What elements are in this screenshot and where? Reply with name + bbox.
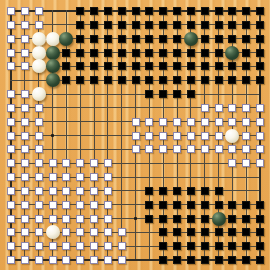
white-territory-marker[interactable] <box>187 145 195 153</box>
white-territory-marker[interactable] <box>7 201 15 209</box>
black-territory-marker[interactable] <box>228 201 236 209</box>
black-territory-marker[interactable] <box>118 62 126 70</box>
black-territory-marker[interactable] <box>242 76 250 84</box>
white-territory-marker[interactable] <box>90 242 98 250</box>
black-territory-marker[interactable] <box>215 228 223 236</box>
black-territory-marker[interactable] <box>242 215 250 223</box>
black-territory-marker[interactable] <box>187 201 195 209</box>
white-stone[interactable] <box>32 32 46 46</box>
white-stone[interactable] <box>46 225 60 239</box>
black-territory-marker[interactable] <box>173 242 181 250</box>
white-territory-marker[interactable] <box>90 187 98 195</box>
black-territory-marker[interactable] <box>145 35 153 43</box>
black-territory-marker[interactable] <box>201 35 209 43</box>
black-territory-marker[interactable] <box>159 242 167 250</box>
white-territory-marker[interactable] <box>104 256 112 264</box>
black-territory-marker[interactable] <box>118 35 126 43</box>
white-territory-marker[interactable] <box>7 145 15 153</box>
white-territory-marker[interactable] <box>49 159 57 167</box>
black-territory-marker[interactable] <box>201 228 209 236</box>
white-territory-marker[interactable] <box>7 215 15 223</box>
white-territory-marker[interactable] <box>49 242 57 250</box>
black-territory-marker[interactable] <box>173 228 181 236</box>
white-stone[interactable] <box>46 32 60 46</box>
black-territory-marker[interactable] <box>256 215 264 223</box>
black-territory-marker[interactable] <box>228 256 236 264</box>
white-territory-marker[interactable] <box>35 187 43 195</box>
white-territory-marker[interactable] <box>256 145 264 153</box>
black-territory-marker[interactable] <box>215 76 223 84</box>
white-stone[interactable] <box>32 46 46 60</box>
black-territory-marker[interactable] <box>228 215 236 223</box>
white-territory-marker[interactable] <box>21 35 29 43</box>
black-territory-marker[interactable] <box>242 228 250 236</box>
black-territory-marker[interactable] <box>256 256 264 264</box>
white-territory-marker[interactable] <box>76 242 84 250</box>
white-territory-marker[interactable] <box>21 173 29 181</box>
star-point <box>51 134 54 137</box>
black-territory-marker[interactable] <box>104 62 112 70</box>
white-territory-marker[interactable] <box>159 132 167 140</box>
black-territory-marker[interactable] <box>132 35 140 43</box>
white-territory-marker[interactable] <box>228 118 236 126</box>
white-territory-marker[interactable] <box>242 159 250 167</box>
white-territory-marker[interactable] <box>7 118 15 126</box>
white-territory-marker[interactable] <box>215 132 223 140</box>
black-territory-marker[interactable] <box>173 7 181 15</box>
white-territory-marker[interactable] <box>173 145 181 153</box>
white-territory-marker[interactable] <box>21 145 29 153</box>
black-territory-marker[interactable] <box>256 35 264 43</box>
black-territory-marker[interactable] <box>242 62 250 70</box>
white-territory-marker[interactable] <box>7 159 15 167</box>
black-territory-marker[interactable] <box>76 62 84 70</box>
white-territory-marker[interactable] <box>145 145 153 153</box>
black-stone[interactable] <box>46 59 60 73</box>
white-territory-marker[interactable] <box>228 159 236 167</box>
black-stone[interactable] <box>184 32 198 46</box>
white-territory-marker[interactable] <box>35 242 43 250</box>
white-territory-marker[interactable] <box>49 215 57 223</box>
white-territory-marker[interactable] <box>201 104 209 112</box>
white-territory-marker[interactable] <box>104 201 112 209</box>
white-territory-marker[interactable] <box>62 215 70 223</box>
black-territory-marker[interactable] <box>256 7 264 15</box>
white-territory-marker[interactable] <box>104 187 112 195</box>
black-territory-marker[interactable] <box>215 7 223 15</box>
black-territory-marker[interactable] <box>159 76 167 84</box>
white-territory-marker[interactable] <box>76 173 84 181</box>
black-territory-marker[interactable] <box>173 187 181 195</box>
black-territory-marker[interactable] <box>228 7 236 15</box>
white-stone[interactable] <box>225 129 239 143</box>
black-territory-marker[interactable] <box>159 35 167 43</box>
white-territory-marker[interactable] <box>62 228 70 236</box>
white-territory-marker[interactable] <box>21 159 29 167</box>
white-territory-marker[interactable] <box>256 132 264 140</box>
black-stone[interactable] <box>46 46 60 60</box>
white-territory-marker[interactable] <box>62 187 70 195</box>
black-territory-marker[interactable] <box>187 49 195 57</box>
black-territory-marker[interactable] <box>242 49 250 57</box>
white-territory-marker[interactable] <box>21 49 29 57</box>
white-territory-marker[interactable] <box>7 256 15 264</box>
white-territory-marker[interactable] <box>62 159 70 167</box>
white-territory-marker[interactable] <box>21 256 29 264</box>
black-territory-marker[interactable] <box>76 49 84 57</box>
white-territory-marker[interactable] <box>90 256 98 264</box>
star-point <box>134 217 137 220</box>
white-territory-marker[interactable] <box>21 201 29 209</box>
white-territory-marker[interactable] <box>256 104 264 112</box>
black-territory-marker[interactable] <box>145 187 153 195</box>
white-territory-marker[interactable] <box>21 7 29 15</box>
black-territory-marker[interactable] <box>104 7 112 15</box>
white-territory-marker[interactable] <box>118 256 126 264</box>
white-territory-marker[interactable] <box>21 21 29 29</box>
white-territory-marker[interactable] <box>90 201 98 209</box>
black-territory-marker[interactable] <box>256 201 264 209</box>
white-territory-marker[interactable] <box>35 256 43 264</box>
black-territory-marker[interactable] <box>145 201 153 209</box>
black-territory-marker[interactable] <box>62 62 70 70</box>
black-territory-marker[interactable] <box>201 242 209 250</box>
black-territory-marker[interactable] <box>228 35 236 43</box>
black-territory-marker[interactable] <box>187 7 195 15</box>
black-territory-marker[interactable] <box>187 187 195 195</box>
white-territory-marker[interactable] <box>35 215 43 223</box>
white-territory-marker[interactable] <box>159 118 167 126</box>
go-board[interactable] <box>0 0 270 270</box>
black-territory-marker[interactable] <box>76 76 84 84</box>
white-territory-marker[interactable] <box>242 104 250 112</box>
white-territory-marker[interactable] <box>118 242 126 250</box>
white-territory-marker[interactable] <box>7 104 15 112</box>
black-territory-marker[interactable] <box>173 256 181 264</box>
black-territory-marker[interactable] <box>187 62 195 70</box>
white-territory-marker[interactable] <box>21 215 29 223</box>
black-territory-marker[interactable] <box>256 76 264 84</box>
black-territory-marker[interactable] <box>159 201 167 209</box>
white-territory-marker[interactable] <box>35 118 43 126</box>
black-territory-marker[interactable] <box>215 242 223 250</box>
black-territory-marker[interactable] <box>256 242 264 250</box>
black-territory-marker[interactable] <box>90 35 98 43</box>
black-territory-marker[interactable] <box>242 21 250 29</box>
white-territory-marker[interactable] <box>145 132 153 140</box>
black-territory-marker[interactable] <box>90 49 98 57</box>
white-territory-marker[interactable] <box>35 201 43 209</box>
black-territory-marker[interactable] <box>76 35 84 43</box>
white-territory-marker[interactable] <box>76 228 84 236</box>
white-territory-marker[interactable] <box>118 228 126 236</box>
black-territory-marker[interactable] <box>201 76 209 84</box>
white-territory-marker[interactable] <box>76 159 84 167</box>
white-territory-marker[interactable] <box>21 90 29 98</box>
black-territory-marker[interactable] <box>62 76 70 84</box>
white-territory-marker[interactable] <box>159 145 167 153</box>
white-territory-marker[interactable] <box>35 132 43 140</box>
black-territory-marker[interactable] <box>187 21 195 29</box>
white-territory-marker[interactable] <box>7 21 15 29</box>
black-territory-marker[interactable] <box>187 215 195 223</box>
black-stone[interactable] <box>59 32 73 46</box>
black-territory-marker[interactable] <box>242 242 250 250</box>
black-territory-marker[interactable] <box>159 187 167 195</box>
white-territory-marker[interactable] <box>7 173 15 181</box>
black-territory-marker[interactable] <box>145 62 153 70</box>
black-territory-marker[interactable] <box>159 62 167 70</box>
black-territory-marker[interactable] <box>215 187 223 195</box>
white-territory-marker[interactable] <box>76 187 84 195</box>
white-territory-marker[interactable] <box>62 201 70 209</box>
white-territory-marker[interactable] <box>7 7 15 15</box>
black-territory-marker[interactable] <box>215 256 223 264</box>
black-territory-marker[interactable] <box>104 21 112 29</box>
white-territory-marker[interactable] <box>21 132 29 140</box>
black-territory-marker[interactable] <box>145 49 153 57</box>
white-territory-marker[interactable] <box>173 118 181 126</box>
white-territory-marker[interactable] <box>76 256 84 264</box>
black-stone[interactable] <box>225 46 239 60</box>
black-territory-marker[interactable] <box>256 228 264 236</box>
black-territory-marker[interactable] <box>201 62 209 70</box>
black-territory-marker[interactable] <box>90 7 98 15</box>
black-territory-marker[interactable] <box>187 228 195 236</box>
black-territory-marker[interactable] <box>118 7 126 15</box>
white-territory-marker[interactable] <box>104 242 112 250</box>
black-territory-marker[interactable] <box>76 7 84 15</box>
white-territory-marker[interactable] <box>90 173 98 181</box>
white-territory-marker[interactable] <box>256 118 264 126</box>
black-territory-marker[interactable] <box>159 228 167 236</box>
black-territory-marker[interactable] <box>215 201 223 209</box>
black-stone[interactable] <box>212 212 226 226</box>
black-territory-marker[interactable] <box>118 21 126 29</box>
black-territory-marker[interactable] <box>187 256 195 264</box>
white-territory-marker[interactable] <box>35 228 43 236</box>
black-territory-marker[interactable] <box>76 21 84 29</box>
white-territory-marker[interactable] <box>21 187 29 195</box>
white-territory-marker[interactable] <box>132 145 140 153</box>
black-stone[interactable] <box>46 73 60 87</box>
white-territory-marker[interactable] <box>21 118 29 126</box>
white-territory-marker[interactable] <box>132 132 140 140</box>
white-territory-marker[interactable] <box>7 228 15 236</box>
black-territory-marker[interactable] <box>132 62 140 70</box>
white-territory-marker[interactable] <box>49 256 57 264</box>
white-territory-marker[interactable] <box>7 62 15 70</box>
black-territory-marker[interactable] <box>132 7 140 15</box>
black-territory-marker[interactable] <box>215 21 223 29</box>
black-territory-marker[interactable] <box>104 76 112 84</box>
white-territory-marker[interactable] <box>62 242 70 250</box>
black-territory-marker[interactable] <box>159 21 167 29</box>
white-territory-marker[interactable] <box>242 132 250 140</box>
white-territory-marker[interactable] <box>7 242 15 250</box>
white-territory-marker[interactable] <box>173 132 181 140</box>
white-territory-marker[interactable] <box>35 21 43 29</box>
black-territory-marker[interactable] <box>145 21 153 29</box>
black-territory-marker[interactable] <box>159 7 167 15</box>
black-territory-marker[interactable] <box>228 76 236 84</box>
white-territory-marker[interactable] <box>90 215 98 223</box>
white-territory-marker[interactable] <box>76 215 84 223</box>
white-territory-marker[interactable] <box>104 228 112 236</box>
black-territory-marker[interactable] <box>145 76 153 84</box>
white-territory-marker[interactable] <box>21 242 29 250</box>
black-territory-marker[interactable] <box>256 49 264 57</box>
black-territory-marker[interactable] <box>173 215 181 223</box>
black-territory-marker[interactable] <box>201 215 209 223</box>
white-territory-marker[interactable] <box>215 118 223 126</box>
black-territory-marker[interactable] <box>201 21 209 29</box>
black-territory-marker[interactable] <box>90 62 98 70</box>
white-territory-marker[interactable] <box>201 132 209 140</box>
black-territory-marker[interactable] <box>159 215 167 223</box>
white-territory-marker[interactable] <box>242 118 250 126</box>
black-territory-marker[interactable] <box>104 35 112 43</box>
black-territory-marker[interactable] <box>173 76 181 84</box>
black-territory-marker[interactable] <box>187 76 195 84</box>
black-territory-marker[interactable] <box>215 62 223 70</box>
white-territory-marker[interactable] <box>7 35 15 43</box>
black-territory-marker[interactable] <box>201 187 209 195</box>
black-territory-marker[interactable] <box>173 35 181 43</box>
black-territory-marker[interactable] <box>228 21 236 29</box>
black-territory-marker[interactable] <box>215 49 223 57</box>
black-territory-marker[interactable] <box>159 256 167 264</box>
white-territory-marker[interactable] <box>242 145 250 153</box>
white-territory-marker[interactable] <box>145 118 153 126</box>
white-territory-marker[interactable] <box>7 49 15 57</box>
black-territory-marker[interactable] <box>201 256 209 264</box>
white-territory-marker[interactable] <box>35 173 43 181</box>
white-territory-marker[interactable] <box>21 62 29 70</box>
black-territory-marker[interactable] <box>215 35 223 43</box>
white-territory-marker[interactable] <box>132 118 140 126</box>
black-territory-marker[interactable] <box>201 49 209 57</box>
white-territory-marker[interactable] <box>201 145 209 153</box>
black-territory-marker[interactable] <box>201 7 209 15</box>
black-territory-marker[interactable] <box>242 256 250 264</box>
white-territory-marker[interactable] <box>187 132 195 140</box>
black-territory-marker[interactable] <box>173 49 181 57</box>
white-territory-marker[interactable] <box>62 173 70 181</box>
black-territory-marker[interactable] <box>173 62 181 70</box>
white-territory-marker[interactable] <box>90 228 98 236</box>
black-territory-marker[interactable] <box>145 7 153 15</box>
black-territory-marker[interactable] <box>242 35 250 43</box>
white-territory-marker[interactable] <box>7 132 15 140</box>
white-territory-marker[interactable] <box>21 228 29 236</box>
black-territory-marker[interactable] <box>173 90 181 98</box>
white-territory-marker[interactable] <box>104 215 112 223</box>
white-territory-marker[interactable] <box>49 173 57 181</box>
white-territory-marker[interactable] <box>21 104 29 112</box>
white-territory-marker[interactable] <box>35 145 43 153</box>
black-territory-marker[interactable] <box>132 49 140 57</box>
white-territory-marker[interactable] <box>62 256 70 264</box>
black-territory-marker[interactable] <box>118 76 126 84</box>
white-stone[interactable] <box>32 59 46 73</box>
white-territory-marker[interactable] <box>49 201 57 209</box>
black-territory-marker[interactable] <box>242 201 250 209</box>
black-territory-marker[interactable] <box>228 242 236 250</box>
black-territory-marker[interactable] <box>187 242 195 250</box>
black-territory-marker[interactable] <box>118 49 126 57</box>
white-territory-marker[interactable] <box>228 145 236 153</box>
white-territory-marker[interactable] <box>256 159 264 167</box>
white-territory-marker[interactable] <box>104 159 112 167</box>
black-territory-marker[interactable] <box>159 49 167 57</box>
white-territory-marker[interactable] <box>201 118 209 126</box>
white-territory-marker[interactable] <box>35 7 43 15</box>
black-territory-marker[interactable] <box>187 90 195 98</box>
white-territory-marker[interactable] <box>7 90 15 98</box>
white-stone[interactable] <box>32 87 46 101</box>
black-territory-marker[interactable] <box>201 201 209 209</box>
black-territory-marker[interactable] <box>228 62 236 70</box>
black-territory-marker[interactable] <box>132 21 140 29</box>
black-territory-marker[interactable] <box>159 90 167 98</box>
white-territory-marker[interactable] <box>49 187 57 195</box>
white-territory-marker[interactable] <box>215 104 223 112</box>
white-territory-marker[interactable] <box>215 145 223 153</box>
white-territory-marker[interactable] <box>187 118 195 126</box>
white-territory-marker[interactable] <box>35 159 43 167</box>
white-territory-marker[interactable] <box>7 187 15 195</box>
black-territory-marker[interactable] <box>132 76 140 84</box>
white-territory-marker[interactable] <box>104 173 112 181</box>
white-territory-marker[interactable] <box>228 104 236 112</box>
black-territory-marker[interactable] <box>228 228 236 236</box>
black-territory-marker[interactable] <box>145 215 153 223</box>
white-territory-marker[interactable] <box>35 104 43 112</box>
black-territory-marker[interactable] <box>104 49 112 57</box>
black-territory-marker[interactable] <box>62 49 70 57</box>
black-territory-marker[interactable] <box>242 7 250 15</box>
black-territory-marker[interactable] <box>145 90 153 98</box>
white-territory-marker[interactable] <box>90 159 98 167</box>
white-territory-marker[interactable] <box>76 201 84 209</box>
black-territory-marker[interactable] <box>90 76 98 84</box>
black-territory-marker[interactable] <box>256 21 264 29</box>
black-territory-marker[interactable] <box>90 21 98 29</box>
black-territory-marker[interactable] <box>173 201 181 209</box>
black-territory-marker[interactable] <box>173 21 181 29</box>
black-territory-marker[interactable] <box>256 62 264 70</box>
